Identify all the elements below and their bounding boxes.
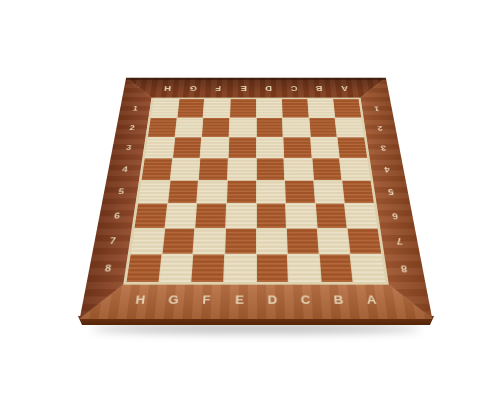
file-label-top-c: C <box>281 81 307 96</box>
file-label-bottom-h: H <box>122 285 159 315</box>
rank-label-right-1: 1 <box>364 99 390 118</box>
square-c4[interactable] <box>284 158 313 179</box>
file-label-top-a: A <box>331 81 358 96</box>
square-g7[interactable] <box>162 228 194 254</box>
rank-label-left-3: 3 <box>115 137 142 158</box>
file-label-bottom-a: A <box>353 285 390 315</box>
square-g8[interactable] <box>159 255 193 282</box>
square-c7[interactable] <box>287 228 318 254</box>
square-a8[interactable] <box>351 255 386 282</box>
square-d3[interactable] <box>256 138 283 158</box>
rank-label-left-5: 5 <box>106 180 135 203</box>
square-b7[interactable] <box>317 228 349 254</box>
square-b2[interactable] <box>309 118 337 137</box>
square-h3[interactable] <box>145 138 174 158</box>
square-c6[interactable] <box>286 204 316 228</box>
file-label-bottom-g: G <box>155 285 191 315</box>
square-e2[interactable] <box>229 118 255 137</box>
rank-label-left-4: 4 <box>111 158 139 180</box>
square-a4[interactable] <box>340 158 370 179</box>
square-d1[interactable] <box>256 99 282 117</box>
file-label-bottom-c: C <box>288 285 323 315</box>
square-d7[interactable] <box>256 228 286 254</box>
file-label-bottom-e: E <box>222 285 256 315</box>
square-e1[interactable] <box>230 99 256 117</box>
square-c8[interactable] <box>288 255 321 282</box>
rank-label-right-3: 3 <box>370 137 397 158</box>
file-label-top-b: B <box>306 81 333 96</box>
file-labels-bottom: HGFEDCBA <box>122 285 390 315</box>
square-f8[interactable] <box>192 255 225 282</box>
rank-label-right-4: 4 <box>373 158 401 180</box>
file-label-top-d: D <box>256 81 282 96</box>
square-b8[interactable] <box>319 255 353 282</box>
rank-label-left-7: 7 <box>97 228 128 254</box>
square-e7[interactable] <box>225 228 255 254</box>
squares-grid <box>123 98 389 285</box>
file-label-top-e: E <box>230 81 256 96</box>
chess-board: HGFEDCBA HGFEDCBA 12345678 12345678 <box>80 78 433 319</box>
square-b3[interactable] <box>311 138 340 158</box>
square-a5[interactable] <box>343 180 374 203</box>
square-f5[interactable] <box>197 180 226 203</box>
square-e4[interactable] <box>228 158 256 179</box>
file-label-top-f: F <box>205 81 231 96</box>
rank-label-left-2: 2 <box>119 118 145 138</box>
chessboard-photo: HGFEDCBA HGFEDCBA 12345678 12345678 <box>0 0 500 400</box>
square-e8[interactable] <box>224 255 255 282</box>
square-a6[interactable] <box>345 204 377 228</box>
rank-label-left-8: 8 <box>92 254 124 282</box>
square-a1[interactable] <box>334 99 362 117</box>
file-label-bottom-b: B <box>321 285 357 315</box>
square-c3[interactable] <box>284 138 312 158</box>
rank-label-left-6: 6 <box>102 203 132 228</box>
square-e3[interactable] <box>229 138 256 158</box>
square-g5[interactable] <box>168 180 198 203</box>
square-h1[interactable] <box>151 99 179 117</box>
rank-label-left-1: 1 <box>122 99 148 118</box>
rank-label-right-5: 5 <box>377 180 406 203</box>
square-d4[interactable] <box>256 158 284 179</box>
square-h6[interactable] <box>135 204 167 228</box>
rank-label-right-6: 6 <box>380 203 410 228</box>
square-g6[interactable] <box>165 204 196 228</box>
square-h7[interactable] <box>131 228 164 254</box>
square-f4[interactable] <box>199 158 228 179</box>
square-g4[interactable] <box>170 158 199 179</box>
square-g3[interactable] <box>173 138 202 158</box>
square-g2[interactable] <box>175 118 203 137</box>
square-f1[interactable] <box>204 99 230 117</box>
rank-label-right-8: 8 <box>388 254 420 282</box>
file-label-bottom-d: D <box>256 285 290 315</box>
square-a3[interactable] <box>338 138 367 158</box>
square-b6[interactable] <box>316 204 347 228</box>
square-d2[interactable] <box>256 118 282 137</box>
square-d5[interactable] <box>256 180 285 203</box>
square-h5[interactable] <box>138 180 169 203</box>
file-labels-top: HGFEDCBA <box>154 81 358 96</box>
square-c1[interactable] <box>282 99 308 117</box>
square-b4[interactable] <box>312 158 341 179</box>
square-d6[interactable] <box>256 204 286 228</box>
board-shadow <box>92 324 420 333</box>
square-d8[interactable] <box>256 255 287 282</box>
square-e5[interactable] <box>227 180 256 203</box>
file-label-bottom-f: F <box>189 285 224 315</box>
square-h2[interactable] <box>148 118 176 137</box>
square-e6[interactable] <box>226 204 256 228</box>
square-f7[interactable] <box>194 228 225 254</box>
square-h4[interactable] <box>142 158 172 179</box>
square-h8[interactable] <box>127 255 162 282</box>
file-label-top-h: H <box>154 81 181 96</box>
square-b1[interactable] <box>308 99 335 117</box>
square-a7[interactable] <box>348 228 381 254</box>
square-f2[interactable] <box>202 118 229 137</box>
rank-label-right-2: 2 <box>367 118 393 138</box>
file-label-top-g: G <box>179 81 206 96</box>
rank-label-right-7: 7 <box>384 228 415 254</box>
square-f6[interactable] <box>196 204 226 228</box>
square-a2[interactable] <box>336 118 364 137</box>
square-c5[interactable] <box>285 180 314 203</box>
square-b5[interactable] <box>314 180 344 203</box>
square-f3[interactable] <box>201 138 229 158</box>
square-g1[interactable] <box>177 99 204 117</box>
square-c2[interactable] <box>283 118 310 137</box>
